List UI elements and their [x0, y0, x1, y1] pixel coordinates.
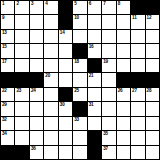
clue-number-17: 17 [2, 59, 7, 64]
letter-square-r3c10[interactable] [131, 30, 144, 43]
clue-number-6: 6 [89, 1, 91, 6]
clue-number-25: 25 [74, 88, 79, 93]
letter-square-r6c6[interactable] [73, 73, 86, 86]
clue-number-21: 21 [89, 73, 94, 78]
letter-square-r10c8[interactable]: 35 [102, 131, 115, 144]
letter-square-r9c1[interactable]: 32 [1, 117, 14, 130]
letter-square-r10c3[interactable] [30, 131, 43, 144]
letter-square-r8c8[interactable] [102, 102, 115, 115]
letter-square-r9c3[interactable] [30, 117, 43, 130]
letter-square-r8c5[interactable]: 30 [59, 102, 72, 115]
letter-square-r11c3[interactable]: 36 [30, 146, 43, 159]
letter-square-r5c11[interactable] [146, 59, 159, 72]
letter-square-r1c2[interactable]: 2 [15, 1, 28, 14]
letter-square-r7c11[interactable]: 28 [146, 88, 159, 101]
block-square-r1c5 [59, 1, 72, 14]
letter-square-r3c3[interactable] [30, 30, 43, 43]
letter-square-r1c8[interactable]: 7 [102, 1, 115, 14]
letter-square-r7c6[interactable]: 25 [73, 88, 86, 101]
letter-square-r7c9[interactable]: 26 [117, 88, 130, 101]
letter-square-r10c11[interactable] [146, 131, 159, 144]
block-square-r1c11 [146, 1, 159, 14]
letter-square-r3c9[interactable] [117, 30, 130, 43]
clue-number-27: 27 [132, 88, 137, 93]
clue-number-33: 33 [74, 117, 79, 122]
letter-square-r5c5[interactable] [59, 59, 72, 72]
letter-square-r2c10[interactable]: 11 [131, 15, 144, 28]
clue-number-14: 14 [60, 30, 65, 35]
letter-square-r6c7[interactable]: 21 [88, 73, 101, 86]
letter-square-r2c11[interactable]: 12 [146, 15, 159, 28]
letter-square-r4c2[interactable] [15, 44, 28, 57]
letter-square-r10c6[interactable] [73, 131, 86, 144]
letter-square-r5c9[interactable] [117, 59, 130, 72]
clue-number-8: 8 [118, 1, 120, 6]
letter-square-r5c2[interactable] [15, 59, 28, 72]
block-square-r8c6 [73, 102, 86, 115]
clue-number-30: 30 [60, 102, 65, 107]
letter-square-r8c7[interactable]: 31 [88, 102, 101, 115]
letter-square-r5c3[interactable] [30, 59, 43, 72]
crossword-grid: 1234567891011121314151617181920212223242… [0, 0, 160, 160]
letter-square-r8c11[interactable] [146, 102, 159, 115]
letter-square-r11c5[interactable] [59, 146, 72, 159]
letter-square-r11c11[interactable] [146, 146, 159, 159]
letter-square-r2c7[interactable] [88, 15, 101, 28]
letter-square-r3c11[interactable] [146, 30, 159, 43]
block-square-r10c7 [88, 131, 101, 144]
letter-square-r2c6[interactable]: 10 [73, 15, 86, 28]
letter-square-r2c3[interactable] [30, 15, 43, 28]
letter-square-r10c2[interactable] [15, 131, 28, 144]
block-square-r5c7 [88, 59, 101, 72]
clue-number-18: 18 [74, 59, 79, 64]
letter-square-r1c1[interactable]: 1 [1, 1, 14, 14]
clue-number-10: 10 [74, 15, 79, 20]
letter-square-r11c9[interactable] [117, 146, 130, 159]
letter-square-r8c1[interactable]: 29 [1, 102, 14, 115]
letter-square-r9c6[interactable]: 33 [73, 117, 86, 130]
letter-square-r7c8[interactable] [102, 88, 115, 101]
letter-square-r5c6[interactable]: 18 [73, 59, 86, 72]
clue-number-35: 35 [103, 131, 108, 136]
letter-square-r7c3[interactable]: 24 [30, 88, 43, 101]
letter-square-r2c4[interactable] [44, 15, 57, 28]
clue-number-13: 13 [2, 30, 7, 35]
letter-square-r8c3[interactable] [30, 102, 43, 115]
letter-square-r1c7[interactable]: 6 [88, 1, 101, 14]
letter-square-r5c8[interactable]: 19 [102, 59, 115, 72]
letter-square-r4c8[interactable] [102, 44, 115, 57]
clue-number-7: 7 [103, 1, 105, 6]
clue-number-19: 19 [103, 59, 108, 64]
letter-square-r9c9[interactable] [117, 117, 130, 130]
letter-square-r10c4[interactable] [44, 131, 57, 144]
block-square-r11c2 [15, 146, 28, 159]
clue-number-37: 37 [103, 146, 108, 151]
letter-square-r4c1[interactable]: 15 [1, 44, 14, 57]
clue-number-4: 4 [45, 1, 47, 6]
letter-square-r11c6[interactable] [73, 146, 86, 159]
block-square-r6c2 [15, 73, 28, 86]
letter-square-r4c11[interactable] [146, 44, 159, 57]
clue-number-29: 29 [2, 102, 7, 107]
block-square-r6c1 [1, 73, 14, 86]
letter-square-r7c4[interactable] [44, 88, 57, 101]
letter-square-r7c10[interactable]: 27 [131, 88, 144, 101]
clue-number-5: 5 [74, 1, 76, 6]
letter-square-r3c2[interactable] [15, 30, 28, 43]
letter-square-r3c4[interactable] [44, 30, 57, 43]
letter-square-r9c8[interactable] [102, 117, 115, 130]
letter-square-r1c9[interactable]: 8 [117, 1, 130, 14]
letter-square-r3c6[interactable] [73, 30, 86, 43]
clue-number-28: 28 [147, 88, 152, 93]
clue-number-31: 31 [89, 102, 94, 107]
letter-square-r9c10[interactable] [131, 117, 144, 130]
letter-square-r1c6[interactable]: 5 [73, 1, 86, 14]
clue-number-36: 36 [31, 146, 36, 151]
clue-number-3: 3 [31, 1, 33, 6]
clue-number-1: 1 [2, 1, 4, 6]
block-square-r11c1 [1, 146, 14, 159]
clue-number-22: 22 [2, 88, 7, 93]
letter-square-r9c5[interactable] [59, 117, 72, 130]
clue-number-2: 2 [16, 1, 18, 6]
letter-square-r9c11[interactable] [146, 117, 159, 130]
clue-number-16: 16 [89, 44, 94, 49]
clue-number-32: 32 [2, 117, 7, 122]
clue-number-24: 24 [31, 88, 36, 93]
letter-square-r2c1[interactable]: 9 [1, 15, 14, 28]
letter-square-r5c10[interactable] [131, 59, 144, 72]
letter-square-r5c4[interactable] [44, 59, 57, 72]
letter-square-r3c8[interactable] [102, 30, 115, 43]
letter-square-r2c9[interactable] [117, 15, 130, 28]
letter-square-r2c2[interactable] [15, 15, 28, 28]
letter-square-r10c1[interactable]: 34 [1, 131, 14, 144]
clue-number-26: 26 [118, 88, 123, 93]
letter-square-r11c10[interactable] [131, 146, 144, 159]
letter-square-r1c4[interactable]: 4 [44, 1, 57, 14]
letter-square-r10c10[interactable] [131, 131, 144, 144]
block-square-r6c3 [30, 73, 43, 86]
letter-square-r6c8[interactable] [102, 73, 115, 86]
letter-square-r7c7[interactable] [88, 88, 101, 101]
letter-square-r3c7[interactable] [88, 30, 101, 43]
letter-square-r8c10[interactable] [131, 102, 144, 115]
letter-square-r8c9[interactable] [117, 102, 130, 115]
letter-square-r3c5[interactable]: 14 [59, 30, 72, 43]
clue-number-12: 12 [147, 15, 152, 20]
block-square-r1c10 [131, 1, 144, 14]
block-square-r11c7 [88, 146, 101, 159]
block-square-r2c5 [59, 15, 72, 28]
letter-square-r4c10[interactable] [131, 44, 144, 57]
block-square-r6c10 [131, 73, 144, 86]
letter-square-r9c7[interactable] [88, 117, 101, 130]
block-square-r6c11 [146, 73, 159, 86]
clue-number-34: 34 [2, 131, 7, 136]
block-square-r6c9 [117, 73, 130, 86]
letter-square-r4c5[interactable] [59, 44, 72, 57]
letter-square-r7c2[interactable]: 23 [15, 88, 28, 101]
letter-square-r5c1[interactable]: 17 [1, 59, 14, 72]
letter-square-r6c5[interactable] [59, 73, 72, 86]
letter-square-r11c8[interactable]: 37 [102, 146, 115, 159]
letter-square-r3c1[interactable]: 13 [1, 30, 14, 43]
letter-square-r4c4[interactable] [44, 44, 57, 57]
letter-square-r8c4[interactable] [44, 102, 57, 115]
letter-square-r8c2[interactable] [15, 102, 28, 115]
clue-number-20: 20 [45, 73, 50, 78]
letter-square-r4c9[interactable] [117, 44, 130, 57]
letter-square-r4c7[interactable]: 16 [88, 44, 101, 57]
letter-square-r9c2[interactable] [15, 117, 28, 130]
letter-square-r10c9[interactable] [117, 131, 130, 144]
letter-square-r6c4[interactable]: 20 [44, 73, 57, 86]
clue-number-23: 23 [16, 88, 21, 93]
block-square-r4c6 [73, 44, 86, 57]
letter-square-r10c5[interactable] [59, 131, 72, 144]
clue-number-9: 9 [2, 15, 4, 20]
clue-number-11: 11 [132, 15, 136, 20]
block-square-r7c5 [59, 88, 72, 101]
letter-square-r11c4[interactable] [44, 146, 57, 159]
letter-square-r7c1[interactable]: 22 [1, 88, 14, 101]
letter-square-r2c8[interactable] [102, 15, 115, 28]
letter-square-r9c4[interactable] [44, 117, 57, 130]
letter-square-r4c3[interactable] [30, 44, 43, 57]
letter-square-r1c3[interactable]: 3 [30, 1, 43, 14]
clue-number-15: 15 [2, 44, 7, 49]
